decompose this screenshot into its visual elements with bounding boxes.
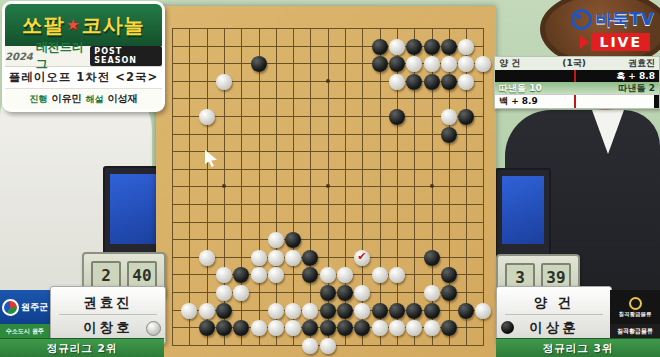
black-stone — [337, 303, 353, 319]
grid-line-v — [483, 28, 484, 346]
title-star-icon: ★ — [66, 16, 79, 34]
channel-logo-icon — [571, 9, 592, 30]
black-stone — [406, 303, 422, 319]
black-stone — [285, 232, 301, 248]
white-stone — [251, 320, 267, 336]
white-stone — [337, 267, 353, 283]
black-stone — [424, 74, 440, 90]
white-stone — [354, 285, 370, 301]
white-stone — [268, 232, 284, 248]
right-sponsor-name: 칠곡황금물류 — [619, 311, 652, 318]
black-stone — [337, 320, 353, 336]
black-stone — [302, 267, 318, 283]
white-stone — [320, 338, 336, 354]
black-stone — [424, 303, 440, 319]
white-stone — [302, 303, 318, 319]
broadcast-frame: ✔ 2 40 3 39 쏘팔 ★ 코사놀 2024 레전드리그 POST SEA… — [0, 0, 660, 357]
star-point — [326, 79, 330, 83]
black-stone — [406, 39, 422, 55]
left-name-bottom: 이창호 — [59, 317, 157, 339]
black-stone — [233, 320, 249, 336]
white-stone — [389, 267, 405, 283]
left-name-top: 권효진 — [59, 292, 157, 315]
scoreboard-names: 양 건 (1국) 권효진 — [495, 57, 659, 70]
white-stone — [458, 39, 474, 55]
white-stone — [458, 56, 474, 72]
white-stone — [406, 320, 422, 336]
white-stone — [216, 74, 232, 90]
white-stone — [268, 303, 284, 319]
live-badge: LIVE — [580, 33, 650, 51]
go-board: ✔ — [156, 6, 496, 357]
left-clock-seconds: 40 — [127, 261, 157, 289]
black-stone — [337, 285, 353, 301]
star-point — [326, 184, 330, 188]
scoreboard: 양 건 (1국) 권효진 흑 + 8.8 따낸돌 10 따낸돌 2 백 + 8.… — [494, 56, 660, 109]
black-stone — [441, 267, 457, 283]
black-stone — [441, 320, 457, 336]
black-stone — [441, 74, 457, 90]
league-name: 레전드리그 — [36, 39, 87, 73]
white-stone — [268, 267, 284, 283]
white-stone — [406, 56, 422, 72]
black-stone — [458, 109, 474, 125]
right-monitor-screen — [502, 176, 544, 244]
black-stone — [372, 56, 388, 72]
white-stone — [441, 56, 457, 72]
white-stone — [424, 320, 440, 336]
black-stone — [372, 303, 388, 319]
left-nameplate: 권효진 이창호 — [50, 286, 166, 344]
white-score-bar: 백 + 8.9 — [495, 94, 659, 108]
left-monitor-screen — [110, 174, 160, 244]
white-stone — [441, 109, 457, 125]
grid-line-h — [172, 204, 484, 205]
white-bar-black-segment — [654, 95, 659, 108]
white-stone — [285, 320, 301, 336]
grid-line-v — [380, 28, 381, 346]
black-stone-icon — [501, 321, 514, 334]
left-sponsor-subtitle: 수소도시 원주 — [0, 324, 50, 338]
host-label: 진행 — [30, 93, 48, 106]
white-stone — [302, 338, 318, 354]
title-right-text: 코사놀 — [82, 12, 145, 39]
black-stone — [354, 320, 370, 336]
left-sponsor-emblem-icon — [2, 299, 19, 316]
white-stone — [199, 109, 215, 125]
star-point — [222, 184, 226, 188]
black-stone — [424, 39, 440, 55]
black-stone — [302, 250, 318, 266]
black-stone — [320, 320, 336, 336]
league-year: 2024 — [5, 51, 33, 62]
white-stone — [372, 320, 388, 336]
white-stone — [320, 267, 336, 283]
black-stone — [406, 74, 422, 90]
right-name-bottom: 이상훈 — [505, 317, 603, 339]
white-stone — [389, 320, 405, 336]
white-stone — [424, 285, 440, 301]
white-stone — [233, 285, 249, 301]
star-point — [430, 184, 434, 188]
white-stone — [475, 303, 491, 319]
white-stone — [372, 267, 388, 283]
black-stone — [216, 303, 232, 319]
black-stone — [441, 39, 457, 55]
left-sponsor-name: 원주군 — [21, 301, 48, 314]
black-stone — [302, 320, 318, 336]
left-sponsor-logo: 원주군 — [0, 290, 50, 324]
scoreboard-game-label: (1국) — [562, 57, 586, 70]
black-stone — [372, 39, 388, 55]
black-stone — [233, 267, 249, 283]
live-triangle-icon — [580, 35, 589, 49]
black-stone — [441, 127, 457, 143]
channel-logo-text: 바둑TV — [595, 8, 654, 31]
white-stone — [354, 303, 370, 319]
league-row: 2024 레전드리그 POST SEASON — [5, 46, 162, 67]
white-stone — [389, 39, 405, 55]
white-stone — [251, 250, 267, 266]
scoreboard-name-right: 권효진 — [628, 57, 655, 70]
score-bar-tick2 — [574, 95, 576, 108]
white-stone — [268, 320, 284, 336]
white-stone-icon — [146, 321, 161, 336]
white-stone — [181, 303, 197, 319]
captures-left: 따낸돌 10 — [499, 82, 542, 95]
white-stone — [475, 56, 491, 72]
black-stone — [199, 320, 215, 336]
black-stone — [389, 109, 405, 125]
white-stone — [285, 250, 301, 266]
commentary-label: 해설 — [86, 93, 104, 106]
black-stone — [424, 250, 440, 266]
right-name-top: 양 건 — [505, 292, 603, 315]
white-stone — [424, 56, 440, 72]
black-stone — [389, 56, 405, 72]
black-stone — [320, 285, 336, 301]
grid-line-h — [172, 222, 484, 223]
white-stone — [199, 250, 215, 266]
score-bar-tick — [574, 70, 576, 82]
black-stone — [458, 303, 474, 319]
captures-row: 따낸돌 10 따낸돌 2 — [495, 82, 659, 94]
white-stone — [458, 74, 474, 90]
right-nameplate: 양 건 이상훈 — [496, 286, 612, 344]
black-stone — [441, 285, 457, 301]
live-text: LIVE — [591, 33, 650, 51]
season-badge: POST SEASON — [90, 46, 162, 66]
show-title-panel: 쏘팔 ★ 코사놀 2024 레전드리그 POST SEASON 플레이오프 1차… — [2, 1, 165, 112]
last-move-marker: ✔ — [357, 251, 366, 262]
host-name: 이유민 — [52, 92, 82, 106]
left-clock-periods: 2 — [91, 261, 121, 289]
black-stone — [320, 303, 336, 319]
scoreboard-name-left: 양 건 — [499, 57, 520, 70]
white-stone — [216, 285, 232, 301]
white-stone — [199, 303, 215, 319]
left-rank-strip: 정규리그 2위 — [0, 338, 164, 357]
white-stone — [389, 74, 405, 90]
right-sponsor-subtitle: 칠곡황금물류 — [610, 324, 660, 338]
black-stone — [216, 320, 232, 336]
round-label: 플레이오프 1차전 <2국> — [5, 67, 162, 89]
white-score-text: 백 + 8.9 — [499, 95, 538, 108]
right-sponsor-emblem-icon — [629, 297, 642, 310]
channel-logo: 바둑TV — [571, 8, 654, 31]
black-score-bar: 흑 + 8.8 — [495, 70, 659, 82]
white-stone — [251, 267, 267, 283]
black-stone — [389, 303, 405, 319]
commentary-name: 이성재 — [108, 92, 138, 106]
right-rank-strip: 정규리그 3위 — [496, 338, 660, 357]
title-left-text: 쏘팔 — [22, 12, 64, 39]
white-stone — [285, 303, 301, 319]
black-score-text: 흑 + 8.8 — [616, 70, 655, 83]
grid-line-h — [172, 239, 484, 240]
staff-row: 진행 이유민 해설 이성재 — [5, 89, 162, 109]
captures-right: 따낸돌 2 — [619, 82, 655, 95]
black-stone — [251, 56, 267, 72]
right-sponsor-logo: 칠곡황금물류 — [610, 290, 660, 324]
white-stone — [216, 267, 232, 283]
white-stone — [268, 250, 284, 266]
